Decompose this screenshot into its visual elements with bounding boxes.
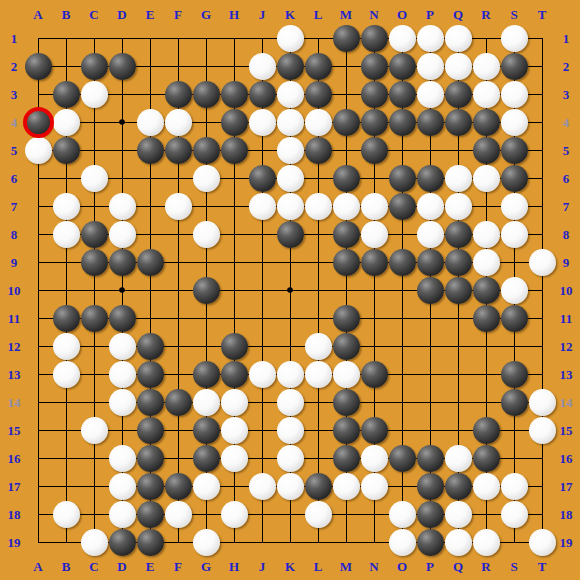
col-label-top-J: J <box>259 8 266 21</box>
stone-white-L7[interactable] <box>305 193 332 220</box>
stone-white-B7[interactable] <box>53 193 80 220</box>
stone-white-D7[interactable] <box>109 193 136 220</box>
stone-white-L18[interactable] <box>305 501 332 528</box>
stone-black-E12[interactable] <box>137 333 164 360</box>
stone-white-K15[interactable] <box>277 417 304 444</box>
row-label-right-1: 1 <box>563 32 570 45</box>
row-label-right-9: 9 <box>563 256 570 269</box>
row-label-left-9: 9 <box>11 256 18 269</box>
stone-white-R19[interactable] <box>473 529 500 556</box>
stone-black-B3[interactable] <box>53 81 80 108</box>
stone-black-D11[interactable] <box>109 305 136 332</box>
col-label-top-N: N <box>369 8 378 21</box>
stone-white-S8[interactable] <box>501 221 528 248</box>
stone-white-P1[interactable] <box>417 25 444 52</box>
col-label-bottom-P: P <box>426 560 434 573</box>
stone-white-S10[interactable] <box>501 277 528 304</box>
stone-white-Q7[interactable] <box>445 193 472 220</box>
stone-black-L17[interactable] <box>305 473 332 500</box>
stone-black-D2[interactable] <box>109 53 136 80</box>
col-label-top-A: A <box>33 8 42 21</box>
stone-black-P9[interactable] <box>417 249 444 276</box>
stone-white-L12[interactable] <box>305 333 332 360</box>
stone-white-J17[interactable] <box>249 473 276 500</box>
row-label-right-12: 12 <box>560 340 573 353</box>
stone-black-F14[interactable] <box>165 389 192 416</box>
stone-black-O2[interactable] <box>389 53 416 80</box>
stone-white-S18[interactable] <box>501 501 528 528</box>
stone-black-E5[interactable] <box>137 137 164 164</box>
stone-white-Q16[interactable] <box>445 445 472 472</box>
row-label-right-19: 19 <box>560 536 573 549</box>
row-label-left-14: 14 <box>8 396 21 409</box>
col-label-bottom-D: D <box>117 560 126 573</box>
stone-black-M1[interactable] <box>333 25 360 52</box>
row-label-right-6: 6 <box>563 172 570 185</box>
stone-white-H14[interactable] <box>221 389 248 416</box>
col-label-top-C: C <box>89 8 98 21</box>
stone-black-H12[interactable] <box>221 333 248 360</box>
stone-black-N5[interactable] <box>361 137 388 164</box>
stone-white-H15[interactable] <box>221 417 248 444</box>
stone-black-S5[interactable] <box>501 137 528 164</box>
stone-black-B5[interactable] <box>53 137 80 164</box>
stone-white-R6[interactable] <box>473 165 500 192</box>
stone-black-G10[interactable] <box>193 277 220 304</box>
stone-white-D13[interactable] <box>109 361 136 388</box>
stone-black-S2[interactable] <box>501 53 528 80</box>
stone-white-L13[interactable] <box>305 361 332 388</box>
stone-white-N16[interactable] <box>361 445 388 472</box>
stone-black-O4[interactable] <box>389 109 416 136</box>
stone-black-G13[interactable] <box>193 361 220 388</box>
col-label-bottom-E: E <box>146 560 155 573</box>
col-label-bottom-C: C <box>89 560 98 573</box>
stone-black-P18[interactable] <box>417 501 444 528</box>
stone-black-M6[interactable] <box>333 165 360 192</box>
stone-black-S6[interactable] <box>501 165 528 192</box>
row-label-left-5: 5 <box>11 144 18 157</box>
stone-white-B4[interactable] <box>53 109 80 136</box>
star-point-D4 <box>119 119 125 125</box>
stone-white-F18[interactable] <box>165 501 192 528</box>
stone-black-B11[interactable] <box>53 305 80 332</box>
stone-black-P17[interactable] <box>417 473 444 500</box>
row-label-right-16: 16 <box>560 452 573 465</box>
stone-white-R8[interactable] <box>473 221 500 248</box>
stone-white-S17[interactable] <box>501 473 528 500</box>
stone-white-G17[interactable] <box>193 473 220 500</box>
stone-white-L4[interactable] <box>305 109 332 136</box>
col-label-bottom-M: M <box>340 560 352 573</box>
stone-black-C9[interactable] <box>81 249 108 276</box>
stone-white-C3[interactable] <box>81 81 108 108</box>
stone-black-M16[interactable] <box>333 445 360 472</box>
stone-white-A5[interactable] <box>25 137 52 164</box>
stone-white-B18[interactable] <box>53 501 80 528</box>
stone-white-N17[interactable] <box>361 473 388 500</box>
row-label-right-14: 14 <box>560 396 573 409</box>
col-label-top-M: M <box>340 8 352 21</box>
col-label-top-L: L <box>314 8 323 21</box>
col-label-bottom-N: N <box>369 560 378 573</box>
stone-white-J4[interactable] <box>249 109 276 136</box>
stone-black-N3[interactable] <box>361 81 388 108</box>
stone-black-Q3[interactable] <box>445 81 472 108</box>
stone-black-M4[interactable] <box>333 109 360 136</box>
stone-white-K1[interactable] <box>277 25 304 52</box>
col-label-bottom-G: G <box>201 560 211 573</box>
star-point-D10 <box>119 287 125 293</box>
row-label-right-4: 4 <box>563 116 570 129</box>
row-label-left-12: 12 <box>8 340 21 353</box>
col-label-bottom-K: K <box>285 560 295 573</box>
stone-black-O9[interactable] <box>389 249 416 276</box>
stone-white-K13[interactable] <box>277 361 304 388</box>
stone-black-E16[interactable] <box>137 445 164 472</box>
row-label-left-8: 8 <box>11 228 18 241</box>
stone-black-K8[interactable] <box>277 221 304 248</box>
stone-black-S14[interactable] <box>501 389 528 416</box>
stone-black-J3[interactable] <box>249 81 276 108</box>
stone-white-K16[interactable] <box>277 445 304 472</box>
stone-black-R16[interactable] <box>473 445 500 472</box>
row-label-left-18: 18 <box>8 508 21 521</box>
stone-black-M9[interactable] <box>333 249 360 276</box>
stone-black-O3[interactable] <box>389 81 416 108</box>
stone-black-N13[interactable] <box>361 361 388 388</box>
col-label-top-R: R <box>481 8 490 21</box>
stone-white-M13[interactable] <box>333 361 360 388</box>
col-label-bottom-F: F <box>174 560 182 573</box>
stone-white-P8[interactable] <box>417 221 444 248</box>
stone-white-Q2[interactable] <box>445 53 472 80</box>
stone-white-C6[interactable] <box>81 165 108 192</box>
stone-black-N15[interactable] <box>361 417 388 444</box>
stone-white-G8[interactable] <box>193 221 220 248</box>
stone-white-H16[interactable] <box>221 445 248 472</box>
stone-black-Q10[interactable] <box>445 277 472 304</box>
stone-white-T19[interactable] <box>529 529 556 556</box>
stone-black-E9[interactable] <box>137 249 164 276</box>
stone-black-O7[interactable] <box>389 193 416 220</box>
row-label-right-18: 18 <box>560 508 573 521</box>
col-label-top-K: K <box>285 8 295 21</box>
stone-black-S13[interactable] <box>501 361 528 388</box>
stone-black-E19[interactable] <box>137 529 164 556</box>
col-label-top-E: E <box>146 8 155 21</box>
stone-white-J2[interactable] <box>249 53 276 80</box>
stone-white-Q18[interactable] <box>445 501 472 528</box>
stone-white-K7[interactable] <box>277 193 304 220</box>
stone-black-N4[interactable] <box>361 109 388 136</box>
col-label-bottom-Q: Q <box>453 560 463 573</box>
stone-white-D8[interactable] <box>109 221 136 248</box>
stone-black-H13[interactable] <box>221 361 248 388</box>
col-label-bottom-J: J <box>259 560 266 573</box>
col-label-top-B: B <box>62 8 71 21</box>
stone-black-M15[interactable] <box>333 417 360 444</box>
stone-white-C19[interactable] <box>81 529 108 556</box>
stone-black-C11[interactable] <box>81 305 108 332</box>
stone-black-Q17[interactable] <box>445 473 472 500</box>
stone-black-M14[interactable] <box>333 389 360 416</box>
stone-black-O16[interactable] <box>389 445 416 472</box>
stone-white-N7[interactable] <box>361 193 388 220</box>
row-label-right-17: 17 <box>560 480 573 493</box>
row-label-left-16: 16 <box>8 452 21 465</box>
stone-white-J7[interactable] <box>249 193 276 220</box>
star-point-K10 <box>287 287 293 293</box>
col-label-top-S: S <box>510 8 517 21</box>
col-label-top-Q: Q <box>453 8 463 21</box>
stone-black-A2[interactable] <box>25 53 52 80</box>
stone-black-H4[interactable] <box>221 109 248 136</box>
stone-black-P19[interactable] <box>417 529 444 556</box>
stone-black-R5[interactable] <box>473 137 500 164</box>
stone-white-K5[interactable] <box>277 137 304 164</box>
stone-white-S7[interactable] <box>501 193 528 220</box>
col-label-top-T: T <box>538 8 547 21</box>
stone-black-P10[interactable] <box>417 277 444 304</box>
stone-white-P7[interactable] <box>417 193 444 220</box>
stone-black-C8[interactable] <box>81 221 108 248</box>
stone-black-L3[interactable] <box>305 81 332 108</box>
stone-black-P4[interactable] <box>417 109 444 136</box>
col-label-bottom-H: H <box>229 560 239 573</box>
stone-black-C2[interactable] <box>81 53 108 80</box>
col-label-bottom-S: S <box>510 560 517 573</box>
stone-white-Q1[interactable] <box>445 25 472 52</box>
stone-black-R11[interactable] <box>473 305 500 332</box>
row-label-right-3: 3 <box>563 88 570 101</box>
row-label-right-5: 5 <box>563 144 570 157</box>
stone-black-F5[interactable] <box>165 137 192 164</box>
stone-black-H5[interactable] <box>221 137 248 164</box>
stone-black-M8[interactable] <box>333 221 360 248</box>
stone-black-P16[interactable] <box>417 445 444 472</box>
stone-white-R3[interactable] <box>473 81 500 108</box>
stone-white-Q6[interactable] <box>445 165 472 192</box>
stone-black-M12[interactable] <box>333 333 360 360</box>
stone-black-J6[interactable] <box>249 165 276 192</box>
stone-white-K14[interactable] <box>277 389 304 416</box>
go-board[interactable]: AABBCCDDEEFFGGHHJJKKLLMMNNOOPPQQRRSSTT11… <box>0 0 580 580</box>
stone-white-O19[interactable] <box>389 529 416 556</box>
stone-white-K6[interactable] <box>277 165 304 192</box>
row-label-left-13: 13 <box>8 368 21 381</box>
stone-white-D16[interactable] <box>109 445 136 472</box>
stone-white-P3[interactable] <box>417 81 444 108</box>
row-label-left-4: 4 <box>11 116 18 129</box>
stone-white-F7[interactable] <box>165 193 192 220</box>
stone-white-M7[interactable] <box>333 193 360 220</box>
stone-black-L2[interactable] <box>305 53 332 80</box>
row-label-right-10: 10 <box>560 284 573 297</box>
stone-black-S11[interactable] <box>501 305 528 332</box>
stone-white-K4[interactable] <box>277 109 304 136</box>
row-label-right-13: 13 <box>560 368 573 381</box>
stone-black-L5[interactable] <box>305 137 332 164</box>
stone-white-D17[interactable] <box>109 473 136 500</box>
stone-white-T15[interactable] <box>529 417 556 444</box>
row-label-left-7: 7 <box>11 200 18 213</box>
last-move-marker <box>23 107 54 138</box>
row-label-left-19: 19 <box>8 536 21 549</box>
row-label-right-8: 8 <box>563 228 570 241</box>
stone-white-F4[interactable] <box>165 109 192 136</box>
col-label-top-P: P <box>426 8 434 21</box>
row-label-left-3: 3 <box>11 88 18 101</box>
stone-black-N1[interactable] <box>361 25 388 52</box>
col-label-top-D: D <box>117 8 126 21</box>
row-label-left-15: 15 <box>8 424 21 437</box>
stone-black-G15[interactable] <box>193 417 220 444</box>
stone-white-C15[interactable] <box>81 417 108 444</box>
stone-white-K3[interactable] <box>277 81 304 108</box>
stone-white-K17[interactable] <box>277 473 304 500</box>
stone-white-O18[interactable] <box>389 501 416 528</box>
stone-white-E4[interactable] <box>137 109 164 136</box>
row-label-left-11: 11 <box>8 312 20 325</box>
row-label-left-6: 6 <box>11 172 18 185</box>
stone-white-O1[interactable] <box>389 25 416 52</box>
stone-black-D9[interactable] <box>109 249 136 276</box>
stone-white-M17[interactable] <box>333 473 360 500</box>
stone-white-T14[interactable] <box>529 389 556 416</box>
stone-black-M11[interactable] <box>333 305 360 332</box>
stone-white-J13[interactable] <box>249 361 276 388</box>
stone-white-D14[interactable] <box>109 389 136 416</box>
stone-white-D12[interactable] <box>109 333 136 360</box>
stone-white-B12[interactable] <box>53 333 80 360</box>
stone-black-K2[interactable] <box>277 53 304 80</box>
stone-black-G16[interactable] <box>193 445 220 472</box>
col-label-top-G: G <box>201 8 211 21</box>
stone-black-E17[interactable] <box>137 473 164 500</box>
col-label-bottom-L: L <box>314 560 323 573</box>
stone-black-H3[interactable] <box>221 81 248 108</box>
stone-black-R4[interactable] <box>473 109 500 136</box>
stone-white-N8[interactable] <box>361 221 388 248</box>
stone-black-F17[interactable] <box>165 473 192 500</box>
row-label-left-17: 17 <box>8 480 21 493</box>
row-label-right-2: 2 <box>563 60 570 73</box>
col-label-top-F: F <box>174 8 182 21</box>
col-label-top-H: H <box>229 8 239 21</box>
stone-white-T9[interactable] <box>529 249 556 276</box>
stone-black-G3[interactable] <box>193 81 220 108</box>
stone-white-S3[interactable] <box>501 81 528 108</box>
row-label-right-15: 15 <box>560 424 573 437</box>
stone-white-Q19[interactable] <box>445 529 472 556</box>
stone-white-B13[interactable] <box>53 361 80 388</box>
col-label-top-O: O <box>397 8 407 21</box>
col-label-bottom-O: O <box>397 560 407 573</box>
stone-black-E15[interactable] <box>137 417 164 444</box>
stone-white-D18[interactable] <box>109 501 136 528</box>
stone-black-R15[interactable] <box>473 417 500 444</box>
stone-white-G6[interactable] <box>193 165 220 192</box>
stone-white-H18[interactable] <box>221 501 248 528</box>
stone-white-R2[interactable] <box>473 53 500 80</box>
stone-black-E18[interactable] <box>137 501 164 528</box>
stone-black-N2[interactable] <box>361 53 388 80</box>
col-label-bottom-A: A <box>33 560 42 573</box>
stone-black-Q4[interactable] <box>445 109 472 136</box>
row-label-left-2: 2 <box>11 60 18 73</box>
stone-black-F3[interactable] <box>165 81 192 108</box>
col-label-bottom-T: T <box>538 560 547 573</box>
stone-black-Q9[interactable] <box>445 249 472 276</box>
stone-white-R17[interactable] <box>473 473 500 500</box>
stone-black-O6[interactable] <box>389 165 416 192</box>
stone-black-D19[interactable] <box>109 529 136 556</box>
stone-white-S1[interactable] <box>501 25 528 52</box>
stone-white-P2[interactable] <box>417 53 444 80</box>
stone-white-G19[interactable] <box>193 529 220 556</box>
col-label-bottom-B: B <box>62 560 71 573</box>
row-label-left-10: 10 <box>8 284 21 297</box>
stone-black-P6[interactable] <box>417 165 444 192</box>
stone-black-E14[interactable] <box>137 389 164 416</box>
stone-white-B8[interactable] <box>53 221 80 248</box>
stone-black-R10[interactable] <box>473 277 500 304</box>
stone-black-E13[interactable] <box>137 361 164 388</box>
col-label-bottom-R: R <box>481 560 490 573</box>
stone-black-G5[interactable] <box>193 137 220 164</box>
stone-white-S4[interactable] <box>501 109 528 136</box>
row-label-left-1: 1 <box>11 32 18 45</box>
stone-black-N9[interactable] <box>361 249 388 276</box>
stone-white-G14[interactable] <box>193 389 220 416</box>
stone-white-R9[interactable] <box>473 249 500 276</box>
row-label-right-7: 7 <box>563 200 570 213</box>
stone-black-Q8[interactable] <box>445 221 472 248</box>
row-label-right-11: 11 <box>560 312 572 325</box>
